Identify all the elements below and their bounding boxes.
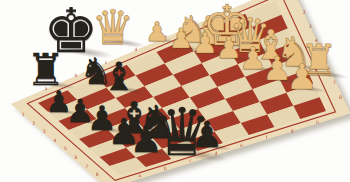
coordinate-mark: 3 bbox=[309, 24, 312, 29]
coordinate-mark: h bbox=[316, 120, 319, 125]
coordinate-mark: 2 bbox=[32, 121, 35, 126]
coordinate-mark: 8 bbox=[339, 95, 342, 100]
coordinate-mark: 4 bbox=[315, 38, 318, 43]
coordinate-mark: 6 bbox=[75, 155, 78, 160]
chess-board: aa11bb22cc33dd44ee55ff66gg77hh88 bbox=[0, 0, 350, 182]
coordinate-mark: 5 bbox=[64, 146, 67, 151]
coordinate-mark: 7 bbox=[333, 80, 336, 85]
coordinate-mark: 6 bbox=[327, 66, 330, 71]
coordinate-mark: g bbox=[224, 7, 227, 12]
coordinate-mark: b bbox=[164, 166, 167, 171]
coordinate-mark: 5 bbox=[321, 52, 324, 57]
product-photo: aa11bb22cc33dd44ee55ff66gg77hh88 ♟♞♛♝♚♟♛… bbox=[0, 0, 350, 182]
coordinate-mark: a bbox=[45, 86, 48, 91]
coordinate-mark: g bbox=[291, 128, 294, 133]
coordinate-mark: 4 bbox=[53, 138, 56, 143]
coordinate-mark: d bbox=[214, 151, 217, 156]
coordinate-mark: e bbox=[164, 34, 167, 39]
coordinate-mark: 2 bbox=[303, 10, 306, 15]
coordinate-mark: 8 bbox=[96, 172, 99, 177]
coordinate-mark: 3 bbox=[43, 129, 46, 134]
coordinate-mark: b bbox=[75, 73, 78, 78]
coordinate-mark: 1 bbox=[22, 112, 25, 117]
coordinate-mark: d bbox=[134, 47, 137, 52]
coordinate-mark: e bbox=[240, 143, 243, 148]
coordinate-mark: 7 bbox=[85, 164, 88, 169]
coordinate-mark: a bbox=[138, 173, 141, 178]
